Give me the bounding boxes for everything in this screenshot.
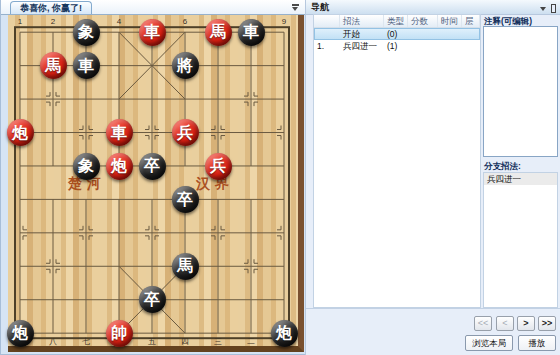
pin-icon[interactable] [551,4,556,13]
piece-red-馬[interactable]: 馬 [205,19,232,46]
xiangqi-board[interactable]: 楚河 汉界 象車馬車馬車將炮車兵象炮卒兵卒馬卒炮帥炮 123456789九八七六… [8,15,304,352]
piece-black-炮[interactable]: 炮 [271,320,298,347]
dock-menu-icon[interactable] [540,7,546,11]
piece-black-車[interactable]: 車 [238,19,265,46]
branch-moves-list: 兵四进一 [483,172,558,308]
move-row-depth [462,40,480,52]
move-row-num [314,28,340,40]
header-score[interactable]: 分数 [408,15,438,27]
header-move[interactable]: 招法 [340,15,384,27]
move-row-score [408,40,438,52]
piece-black-卒[interactable]: 卒 [172,186,199,213]
piece-red-炮[interactable]: 炮 [7,119,34,146]
piece-black-車[interactable]: 車 [73,52,100,79]
result-tab[interactable]: 恭喜你, 你赢了! [10,1,92,14]
window-list-icon-bar [292,4,299,6]
nav-panel-title-text: 导航 [311,2,329,12]
comment-textarea[interactable] [483,26,558,157]
browse-game-button[interactable]: 浏览本局 [465,335,513,351]
window-list-icon-triangle [292,7,298,11]
navigation-panel: 导航 招法 类型 分数 时间 层 开始 (0) 1. 兵四进一 (1) [305,0,560,355]
piece-red-帥[interactable]: 帥 [106,320,133,347]
window-list-icon[interactable] [292,4,299,11]
piece-red-兵[interactable]: 兵 [205,153,232,180]
piece-black-象[interactable]: 象 [73,19,100,46]
piece-black-象[interactable]: 象 [73,153,100,180]
move-row-score [408,28,438,40]
header-time[interactable]: 时间 [438,15,462,27]
piece-black-卒[interactable]: 卒 [139,153,166,180]
next-move-button[interactable]: > [517,316,535,331]
piece-red-兵[interactable]: 兵 [172,119,199,146]
move-row-type: (0) [384,28,408,40]
header-depth[interactable]: 层 [462,15,480,27]
play-button[interactable]: 播放 [518,335,556,351]
move-row-move: 兵四进一 [340,40,384,52]
move-table-header: 招法 类型 分数 时间 层 [314,15,480,28]
nav-panel-title: 导航 [306,0,560,15]
move-row-1[interactable]: 1. 兵四进一 (1) [314,40,480,52]
last-move-button[interactable]: >> [538,316,556,331]
piece-red-炮[interactable]: 炮 [106,153,133,180]
branch-move-item[interactable]: 兵四进一 [484,173,557,185]
piece-red-車[interactable]: 車 [139,19,166,46]
prev-move-button[interactable]: < [496,316,514,331]
tab-strip: 恭喜你, 你赢了! [1,0,305,15]
pieces-layer: 象車馬車馬車將炮車兵象炮卒兵卒馬卒炮帥炮 [4,16,301,350]
move-row-num: 1. [314,40,340,52]
piece-black-將[interactable]: 將 [172,52,199,79]
header-index[interactable] [314,15,340,27]
piece-black-卒[interactable]: 卒 [139,286,166,313]
piece-black-馬[interactable]: 馬 [172,253,199,280]
first-move-button[interactable]: << [474,316,492,331]
piece-red-馬[interactable]: 馬 [40,52,67,79]
move-list-table: 招法 类型 分数 时间 层 开始 (0) 1. 兵四进一 (1) [313,14,481,308]
move-row-depth [462,28,480,40]
move-row-time [438,40,462,52]
piece-red-車[interactable]: 車 [106,119,133,146]
piece-black-炮[interactable]: 炮 [7,320,34,347]
move-row-move: 开始 [340,28,384,40]
move-row-start[interactable]: 开始 (0) [314,28,480,40]
header-type[interactable]: 类型 [384,15,408,27]
playback-bar: << < > >> 浏览本局 播放 [306,308,560,355]
move-row-time [438,28,462,40]
move-row-type: (1) [384,40,408,52]
